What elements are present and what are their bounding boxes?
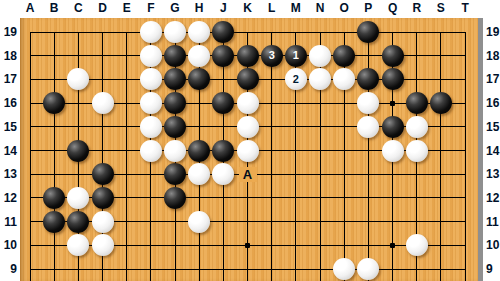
stone-black-D13[interactable] [92, 163, 114, 185]
star-point-Q10 [390, 243, 395, 248]
column-label-F: F [142, 1, 160, 16]
row-label-right-16: 16 [486, 96, 500, 110]
stone-white-H18[interactable] [188, 45, 210, 67]
move-number-2: 2 [293, 74, 299, 85]
row-label-right-10: 10 [486, 238, 500, 252]
stone-white-G14[interactable] [164, 140, 186, 162]
column-label-O: O [335, 1, 353, 16]
column-label-H: H [190, 1, 208, 16]
stone-white-R10[interactable] [406, 234, 428, 256]
stone-white-D10[interactable] [92, 234, 114, 256]
stone-white-Q14[interactable] [382, 140, 404, 162]
stone-black-H14[interactable] [188, 140, 210, 162]
star-point-Q16 [390, 101, 395, 106]
stone-black-Q18[interactable] [382, 45, 404, 67]
column-label-A: A [21, 1, 39, 16]
row-label-right-18: 18 [486, 49, 500, 63]
column-label-P: P [359, 1, 377, 16]
column-label-G: G [166, 1, 184, 16]
stone-white-F14[interactable] [140, 140, 162, 162]
row-label-right-11: 11 [486, 215, 500, 229]
stone-black-K18[interactable] [237, 45, 259, 67]
column-label-M: M [287, 1, 305, 16]
stone-white-R14[interactable] [406, 140, 428, 162]
row-label-left-11: 11 [0, 215, 17, 229]
row-label-right-12: 12 [486, 191, 500, 205]
stone-black-B11[interactable] [43, 211, 65, 233]
row-label-left-18: 18 [0, 49, 17, 63]
column-label-B: B [45, 1, 63, 16]
row-label-left-9: 9 [0, 262, 17, 276]
stone-black-C11[interactable] [67, 211, 89, 233]
column-label-K: K [239, 1, 257, 16]
stone-black-Q15[interactable] [382, 116, 404, 138]
stone-black-M18[interactable]: 1 [285, 45, 307, 67]
go-diagram-window: ABCDEFGHJKLMNOPQRST191918181717161615151… [0, 0, 500, 281]
stone-white-N18[interactable] [309, 45, 331, 67]
grid-vline-S [440, 32, 441, 281]
stone-black-K17[interactable] [237, 68, 259, 90]
column-label-N: N [311, 1, 329, 16]
stone-white-K14[interactable] [237, 140, 259, 162]
star-point-K10 [245, 243, 250, 248]
stone-white-K16[interactable] [237, 92, 259, 114]
row-label-left-16: 16 [0, 96, 17, 110]
stone-black-J18[interactable] [212, 45, 234, 67]
column-label-D: D [94, 1, 112, 16]
column-label-E: E [118, 1, 136, 16]
stone-black-G15[interactable] [164, 116, 186, 138]
row-label-left-17: 17 [0, 72, 17, 86]
board-shadow [478, 18, 483, 281]
stone-black-G12[interactable] [164, 187, 186, 209]
stone-white-F19[interactable] [140, 21, 162, 43]
row-label-right-15: 15 [486, 120, 500, 134]
row-label-right-14: 14 [486, 144, 500, 158]
stone-white-K15[interactable] [237, 116, 259, 138]
column-label-R: R [408, 1, 426, 16]
row-label-left-14: 14 [0, 144, 17, 158]
column-label-S: S [432, 1, 450, 16]
column-label-C: C [69, 1, 87, 16]
stone-white-F18[interactable] [140, 45, 162, 67]
row-label-left-12: 12 [0, 191, 17, 205]
stone-black-G16[interactable] [164, 92, 186, 114]
row-label-right-19: 19 [486, 25, 500, 39]
stone-white-G19[interactable] [164, 21, 186, 43]
grid-vline-B [54, 32, 55, 281]
row-label-left-15: 15 [0, 120, 17, 134]
stone-black-S16[interactable] [430, 92, 452, 114]
move-number-1: 1 [293, 50, 299, 61]
grid-vline-L [271, 32, 272, 281]
grid-vline-T [465, 32, 466, 281]
column-label-L: L [263, 1, 281, 16]
move-number-3: 3 [269, 50, 275, 61]
stone-black-L18[interactable]: 3 [261, 45, 283, 67]
row-label-left-13: 13 [0, 167, 17, 181]
column-label-J: J [214, 1, 232, 16]
stone-black-O18[interactable] [333, 45, 355, 67]
stone-black-G18[interactable] [164, 45, 186, 67]
stone-white-F16[interactable] [140, 92, 162, 114]
stone-white-D11[interactable] [92, 211, 114, 233]
row-label-right-13: 13 [486, 167, 500, 181]
stone-black-C14[interactable] [67, 140, 89, 162]
stone-black-J14[interactable] [212, 140, 234, 162]
grid-hline-19 [30, 32, 465, 33]
row-label-right-17: 17 [486, 72, 500, 86]
stone-black-R16[interactable] [406, 92, 428, 114]
grid-vline-E [126, 32, 127, 281]
row-label-left-19: 19 [0, 25, 17, 39]
row-label-right-9: 9 [486, 262, 500, 276]
stone-black-D12[interactable] [92, 187, 114, 209]
column-label-T: T [456, 1, 474, 16]
stone-black-Q17[interactable] [382, 68, 404, 90]
stone-white-R15[interactable] [406, 116, 428, 138]
stone-white-H11[interactable] [188, 211, 210, 233]
stone-black-B12[interactable] [43, 187, 65, 209]
stone-white-F15[interactable] [140, 116, 162, 138]
grid-vline-A [30, 32, 31, 281]
row-label-left-10: 10 [0, 238, 17, 252]
annotation-A-K13: A [239, 167, 257, 182]
stone-white-D16[interactable] [92, 92, 114, 114]
grid-hline-9 [30, 269, 465, 270]
column-label-Q: Q [384, 1, 402, 16]
